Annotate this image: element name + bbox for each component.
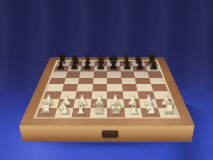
- square-h7[interactable]: ♟: [145, 66, 160, 72]
- white-rook[interactable]: ♜: [37, 99, 55, 116]
- square-c4[interactable]: [77, 84, 93, 91]
- square-h1[interactable]: ♜: [157, 108, 177, 118]
- square-a5[interactable]: [49, 77, 65, 84]
- black-pawn[interactable]: ♟: [94, 60, 107, 71]
- square-f7[interactable]: ♟: [120, 66, 134, 72]
- square-e5[interactable]: [107, 77, 122, 84]
- square-e4[interactable]: [107, 84, 122, 91]
- square-g7[interactable]: ♟: [133, 66, 147, 72]
- board-grid: ♜♞♝♛♚♝♞♜♟♟♟♟♟♟♟♟♟♟♟♟♟♟♟♟♜♞♝♛♚♝♞♜: [33, 60, 180, 118]
- square-b5[interactable]: [64, 77, 80, 84]
- square-g1[interactable]: ♞: [141, 108, 161, 118]
- black-pawn[interactable]: ♟: [147, 60, 160, 71]
- black-pawn[interactable]: ♟: [81, 60, 94, 71]
- square-d7[interactable]: ♟: [94, 66, 107, 72]
- white-knight[interactable]: ♞: [142, 99, 160, 116]
- square-a7[interactable]: ♟: [54, 66, 69, 72]
- square-h5[interactable]: [149, 77, 165, 84]
- black-pawn[interactable]: ♟: [67, 60, 80, 71]
- square-c5[interactable]: [78, 77, 93, 84]
- square-b1[interactable]: ♞: [54, 108, 74, 118]
- white-bishop[interactable]: ♝: [72, 99, 90, 116]
- square-d1[interactable]: ♛: [89, 108, 107, 118]
- square-c1[interactable]: ♝: [72, 108, 91, 118]
- black-pawn[interactable]: ♟: [120, 60, 133, 71]
- black-pawn[interactable]: ♟: [133, 60, 146, 71]
- square-b7[interactable]: ♟: [67, 66, 81, 72]
- chess-scene: ♜♞♝♛♚♝♞♜♟♟♟♟♟♟♟♟♟♟♟♟♟♟♟♟♜♞♝♛♚♝♞♜: [0, 0, 213, 160]
- clasp-latch-icon: [102, 130, 118, 137]
- square-c7[interactable]: ♟: [80, 66, 94, 72]
- black-pawn[interactable]: ♟: [54, 60, 67, 71]
- white-bishop[interactable]: ♝: [125, 99, 143, 116]
- square-d5[interactable]: [93, 77, 108, 84]
- box-front-edge: [19, 125, 195, 142]
- square-h4[interactable]: [151, 84, 168, 91]
- black-pawn[interactable]: ♟: [107, 60, 120, 71]
- square-b4[interactable]: [61, 84, 78, 91]
- square-f5[interactable]: [121, 77, 136, 84]
- square-f4[interactable]: [122, 84, 138, 91]
- square-f1[interactable]: ♝: [124, 108, 143, 118]
- chess-board: ♜♞♝♛♚♝♞♜♟♟♟♟♟♟♟♟♟♟♟♟♟♟♟♟♜♞♝♛♚♝♞♜: [19, 57, 195, 125]
- square-a4[interactable]: [46, 84, 63, 91]
- square-g4[interactable]: [136, 84, 153, 91]
- white-king[interactable]: ♚: [107, 99, 125, 116]
- square-a1[interactable]: ♜: [36, 108, 56, 118]
- white-queen[interactable]: ♛: [89, 99, 107, 116]
- white-knight[interactable]: ♞: [54, 99, 72, 116]
- square-e7[interactable]: ♟: [107, 66, 120, 72]
- photo-background: ♜♞♝♛♚♝♞♜♟♟♟♟♟♟♟♟♟♟♟♟♟♟♟♟♜♞♝♛♚♝♞♜: [0, 0, 213, 160]
- square-d4[interactable]: [92, 84, 107, 91]
- white-rook[interactable]: ♜: [160, 99, 178, 116]
- square-e1[interactable]: ♚: [107, 108, 125, 118]
- board-frame: ♜♞♝♛♚♝♞♜♟♟♟♟♟♟♟♟♟♟♟♟♟♟♟♟♜♞♝♛♚♝♞♜: [19, 57, 195, 125]
